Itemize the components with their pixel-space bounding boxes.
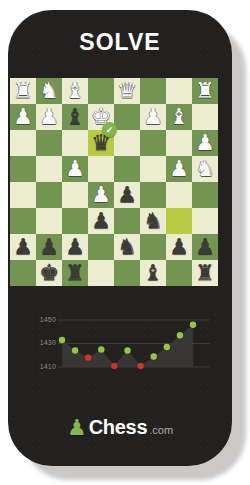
phone-frame: SOLVE ♜♞♝♛♜♟♟♝♚♟♝♛✓♟♟♟♞♟♟♟♞♟♟♟♞♟♟♚♜♝♜ 14… <box>8 10 232 466</box>
black-pawn-piece[interactable]: ♟ <box>117 184 137 206</box>
square-f4[interactable]: ♟ <box>62 156 88 182</box>
square-d3[interactable] <box>114 130 140 156</box>
square-b1[interactable] <box>166 78 192 104</box>
square-a7[interactable]: ♟ <box>192 234 218 260</box>
black-bishop-piece[interactable]: ♝ <box>143 262 163 284</box>
square-f6[interactable] <box>62 208 88 234</box>
white-pawn-piece[interactable]: ♟ <box>195 132 215 154</box>
white-pawn-piece[interactable]: ♟ <box>65 158 85 180</box>
square-c7[interactable] <box>140 234 166 260</box>
white-pawn-piece[interactable]: ♟ <box>39 106 59 128</box>
square-f1[interactable]: ♝ <box>62 78 88 104</box>
square-g1[interactable]: ♞ <box>36 78 62 104</box>
square-d7[interactable]: ♞ <box>114 234 140 260</box>
square-f2[interactable]: ♝ <box>62 104 88 130</box>
square-a8[interactable]: ♜ <box>192 260 218 286</box>
black-pawn-piece[interactable]: ♟ <box>65 236 85 258</box>
square-c5[interactable] <box>140 182 166 208</box>
square-c3[interactable] <box>140 130 166 156</box>
pawn-logo-icon: ♟ <box>67 417 87 439</box>
square-e4[interactable] <box>88 156 114 182</box>
square-c2[interactable]: ♟ <box>140 104 166 130</box>
square-g8[interactable]: ♚ <box>36 260 62 286</box>
white-knight-piece[interactable]: ♞ <box>39 80 59 102</box>
square-d5[interactable]: ♟ <box>114 182 140 208</box>
square-e8[interactable] <box>88 260 114 286</box>
square-f7[interactable]: ♟ <box>62 234 88 260</box>
square-d6[interactable] <box>114 208 140 234</box>
square-h8[interactable] <box>10 260 36 286</box>
square-b4[interactable]: ♟ <box>166 156 192 182</box>
square-h7[interactable]: ♟ <box>10 234 36 260</box>
square-e3[interactable]: ♛✓ <box>88 130 114 156</box>
white-bishop-piece[interactable]: ♝ <box>169 106 189 128</box>
square-h5[interactable] <box>10 182 36 208</box>
chesscom-logo[interactable]: ♟ Chess .com <box>8 416 232 439</box>
square-e1[interactable] <box>88 78 114 104</box>
square-e5[interactable]: ♟ <box>88 182 114 208</box>
square-e6[interactable]: ♟ <box>88 208 114 234</box>
white-queen-piece[interactable]: ♛ <box>117 80 137 102</box>
square-d2[interactable] <box>114 104 140 130</box>
logo-domain-text: .com <box>149 424 173 436</box>
correct-move-check-icon: ✓ <box>102 122 117 137</box>
white-bishop-piece[interactable]: ♝ <box>65 80 85 102</box>
square-h3[interactable] <box>10 130 36 156</box>
square-h4[interactable] <box>10 156 36 182</box>
square-a1[interactable]: ♜ <box>192 78 218 104</box>
square-g2[interactable]: ♟ <box>36 104 62 130</box>
square-c6[interactable]: ♞ <box>140 208 166 234</box>
black-pawn-piece[interactable]: ♟ <box>13 236 33 258</box>
square-h2[interactable]: ♟ <box>10 104 36 130</box>
black-bishop-piece[interactable]: ♝ <box>65 106 85 128</box>
rating-chart: 1450 1430 1410 <box>30 303 220 375</box>
square-a5[interactable] <box>192 182 218 208</box>
chess-board[interactable]: ♜♞♝♛♜♟♟♝♚♟♝♛✓♟♟♟♞♟♟♟♞♟♟♟♞♟♟♚♜♝♜ <box>10 78 218 286</box>
square-a3[interactable]: ♟ <box>192 130 218 156</box>
rating-chart-plot <box>30 303 220 375</box>
black-pawn-piece[interactable]: ♟ <box>39 236 59 258</box>
square-h6[interactable] <box>10 208 36 234</box>
square-f3[interactable] <box>62 130 88 156</box>
black-knight-piece[interactable]: ♞ <box>143 210 163 232</box>
black-pawn-piece[interactable]: ♟ <box>91 210 111 232</box>
square-c4[interactable] <box>140 156 166 182</box>
square-g3[interactable] <box>36 130 62 156</box>
square-b6[interactable] <box>166 208 192 234</box>
logo-brand-text: Chess <box>89 416 148 439</box>
black-pawn-piece[interactable]: ♟ <box>169 236 189 258</box>
square-b8[interactable] <box>166 260 192 286</box>
square-c1[interactable] <box>140 78 166 104</box>
black-rook-piece[interactable]: ♜ <box>195 262 215 284</box>
square-b3[interactable] <box>166 130 192 156</box>
black-rook-piece[interactable]: ♜ <box>65 262 85 284</box>
white-knight-piece[interactable]: ♞ <box>195 158 215 180</box>
black-pawn-piece[interactable]: ♟ <box>195 236 215 258</box>
square-a6[interactable] <box>192 208 218 234</box>
white-pawn-piece[interactable]: ♟ <box>13 106 33 128</box>
puzzle-promo-card: SOLVE ♜♞♝♛♜♟♟♝♚♟♝♛✓♟♟♟♞♟♟♟♞♟♟♟♞♟♟♚♜♝♜ 14… <box>0 0 250 485</box>
square-b2[interactable]: ♝ <box>166 104 192 130</box>
square-h1[interactable]: ♜ <box>10 78 36 104</box>
black-king-piece[interactable]: ♚ <box>39 262 59 284</box>
square-d8[interactable] <box>114 260 140 286</box>
square-d4[interactable] <box>114 156 140 182</box>
square-a2[interactable] <box>192 104 218 130</box>
square-g4[interactable] <box>36 156 62 182</box>
square-c8[interactable]: ♝ <box>140 260 166 286</box>
square-f5[interactable] <box>62 182 88 208</box>
white-rook-piece[interactable]: ♜ <box>13 80 33 102</box>
square-f8[interactable]: ♜ <box>62 260 88 286</box>
white-pawn-piece[interactable]: ♟ <box>169 158 189 180</box>
square-e7[interactable] <box>88 234 114 260</box>
square-a4[interactable]: ♞ <box>192 156 218 182</box>
square-b5[interactable] <box>166 182 192 208</box>
square-d1[interactable]: ♛ <box>114 78 140 104</box>
solve-title: SOLVE <box>8 29 232 56</box>
white-pawn-piece[interactable]: ♟ <box>91 184 111 206</box>
black-knight-piece[interactable]: ♞ <box>117 236 137 258</box>
square-g7[interactable]: ♟ <box>36 234 62 260</box>
white-rook-piece[interactable]: ♜ <box>195 80 215 102</box>
square-b7[interactable]: ♟ <box>166 234 192 260</box>
square-g5[interactable] <box>36 182 62 208</box>
square-g6[interactable] <box>36 208 62 234</box>
white-pawn-piece[interactable]: ♟ <box>143 106 163 128</box>
